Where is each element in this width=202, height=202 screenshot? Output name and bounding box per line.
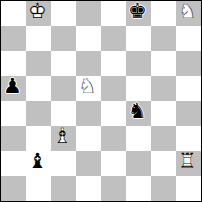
square-h7[interactable] (176, 26, 201, 51)
square-c8[interactable] (51, 1, 76, 26)
square-h5[interactable] (176, 76, 201, 101)
square-g7[interactable] (151, 26, 176, 51)
square-b3[interactable] (26, 126, 51, 151)
square-a7[interactable] (1, 26, 26, 51)
square-h4[interactable] (176, 101, 201, 126)
square-h2[interactable]: ♜♖ (176, 151, 201, 176)
square-b8[interactable]: ♚♔ (26, 1, 51, 26)
square-d7[interactable] (76, 26, 101, 51)
square-h6[interactable] (176, 51, 201, 76)
piece-white-knight: ♘ (175, 0, 200, 24)
square-c5[interactable] (51, 76, 76, 101)
piece-white-knight: ♘ (75, 74, 100, 99)
square-c6[interactable] (51, 51, 76, 76)
square-h8[interactable]: ♞♘ (176, 1, 201, 26)
square-b4[interactable] (26, 101, 51, 126)
square-c7[interactable] (51, 26, 76, 51)
square-h1[interactable] (176, 176, 201, 201)
square-f6[interactable] (126, 51, 151, 76)
square-e1[interactable] (101, 176, 126, 201)
square-g6[interactable] (151, 51, 176, 76)
square-a3[interactable] (1, 126, 26, 151)
square-a6[interactable] (1, 51, 26, 76)
square-g8[interactable] (151, 1, 176, 26)
square-g5[interactable] (151, 76, 176, 101)
piece-black-bishop: ♝ (25, 149, 50, 174)
square-a5[interactable]: ♟ (1, 76, 26, 101)
square-f1[interactable] (126, 176, 151, 201)
square-f5[interactable] (126, 76, 151, 101)
square-f8[interactable]: ♚ (126, 1, 151, 26)
square-f7[interactable] (126, 26, 151, 51)
square-a4[interactable] (1, 101, 26, 126)
square-a8[interactable] (1, 1, 26, 26)
square-h3[interactable] (176, 126, 201, 151)
piece-white-rook: ♖ (175, 149, 200, 174)
square-c1[interactable] (51, 176, 76, 201)
square-b6[interactable] (26, 51, 51, 76)
white-rook-fill: ♜ (175, 149, 200, 174)
square-g4[interactable] (151, 101, 176, 126)
square-d3[interactable] (76, 126, 101, 151)
square-f4[interactable]: ♞ (126, 101, 151, 126)
piece-white-bishop: ♗ (50, 124, 75, 149)
square-e4[interactable] (101, 101, 126, 126)
white-knight-fill: ♞ (175, 0, 200, 24)
square-b1[interactable] (26, 176, 51, 201)
square-e6[interactable] (101, 51, 126, 76)
square-e2[interactable] (101, 151, 126, 176)
square-f2[interactable] (126, 151, 151, 176)
square-d1[interactable] (76, 176, 101, 201)
white-bishop-fill: ♝ (50, 124, 75, 149)
square-b5[interactable] (26, 76, 51, 101)
square-a2[interactable] (1, 151, 26, 176)
square-e3[interactable] (101, 126, 126, 151)
square-g3[interactable] (151, 126, 176, 151)
square-d4[interactable] (76, 101, 101, 126)
square-e7[interactable] (101, 26, 126, 51)
white-king-fill: ♚ (25, 0, 50, 24)
square-e5[interactable] (101, 76, 126, 101)
square-b7[interactable] (26, 26, 51, 51)
square-a1[interactable] (1, 176, 26, 201)
square-c4[interactable] (51, 101, 76, 126)
square-d8[interactable] (76, 1, 101, 26)
square-e8[interactable] (101, 1, 126, 26)
piece-black-king: ♚ (125, 0, 150, 24)
piece-black-pawn: ♟ (0, 74, 25, 99)
square-f3[interactable] (126, 126, 151, 151)
square-d6[interactable] (76, 51, 101, 76)
square-g2[interactable] (151, 151, 176, 176)
chess-board: ♚♔♚♞♘♟♞♘♞♝♗♝♜♖ (0, 0, 202, 202)
piece-white-king: ♔ (25, 0, 50, 24)
piece-black-knight: ♞ (125, 99, 150, 124)
square-d5[interactable]: ♞♘ (76, 76, 101, 101)
square-b2[interactable]: ♝ (26, 151, 51, 176)
square-g1[interactable] (151, 176, 176, 201)
square-c2[interactable] (51, 151, 76, 176)
square-d2[interactable] (76, 151, 101, 176)
square-c3[interactable]: ♝♗ (51, 126, 76, 151)
white-knight-fill: ♞ (75, 74, 100, 99)
